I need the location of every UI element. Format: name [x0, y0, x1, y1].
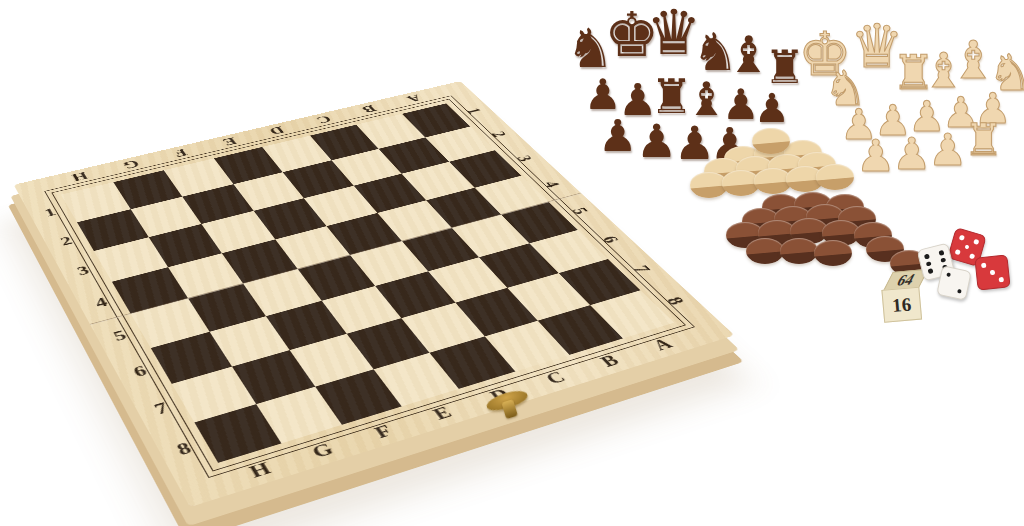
dark-pawn: ♟	[636, 118, 677, 164]
brass-clasp-knob	[501, 399, 517, 419]
die-pip	[946, 272, 951, 277]
light-checker	[752, 128, 790, 154]
doubling-cube-front-value: 16	[891, 293, 912, 317]
die-pip	[964, 244, 970, 250]
die-pip	[998, 277, 1003, 282]
dark-checker	[746, 238, 784, 264]
die-pip	[955, 249, 961, 255]
die-pip	[940, 257, 946, 263]
doubling-cube-front-face: 16	[881, 287, 922, 323]
red-die	[974, 254, 1010, 290]
die-pip	[926, 261, 932, 267]
die-pip	[924, 254, 930, 260]
die-pip	[939, 250, 945, 256]
light-pawn: ♟	[928, 128, 967, 172]
die-pip	[990, 270, 995, 275]
light-pawn: ♟	[892, 132, 931, 176]
die-pip	[957, 289, 962, 294]
dark-checker	[780, 238, 818, 264]
dark-checker	[814, 240, 852, 266]
game-set-photo: HGFEDCBA HGFEDCBA 12345678 12345678 ♞♚♛♞…	[0, 0, 1024, 526]
white-die	[936, 265, 972, 301]
doubling-cube: 64 16	[880, 269, 928, 323]
die-pip	[969, 253, 975, 259]
die-pip	[959, 235, 965, 241]
die-pip	[981, 263, 986, 268]
light-pawn: ♟	[856, 134, 895, 178]
light-rook: ♜	[964, 118, 1003, 162]
die-pip	[928, 268, 934, 274]
dark-pawn: ♟	[598, 114, 637, 158]
dark-pawn: ♟	[754, 88, 790, 128]
die-pip	[973, 239, 979, 245]
light-checker	[816, 164, 854, 190]
